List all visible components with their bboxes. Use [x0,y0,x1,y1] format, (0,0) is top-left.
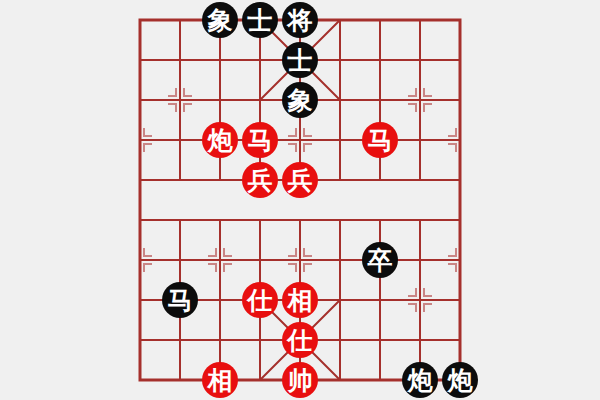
piece-black-elephant[interactable]: 象 [202,2,238,38]
piece-red-advisor[interactable]: 仕 [242,282,278,318]
piece-black-advisor[interactable]: 士 [242,2,278,38]
xiangqi-board[interactable]: 象士将士象炮马马兵兵卒马仕相仕相帅炮炮 [120,0,480,400]
piece-black-soldier[interactable]: 卒 [362,242,398,278]
piece-red-elephant[interactable]: 相 [282,282,318,318]
piece-black-advisor[interactable]: 士 [282,42,318,78]
piece-red-elephant[interactable]: 相 [202,362,238,398]
piece-black-horse[interactable]: 马 [162,282,198,318]
piece-red-soldier[interactable]: 兵 [282,162,318,198]
piece-red-horse[interactable]: 马 [362,122,398,158]
piece-red-advisor[interactable]: 仕 [282,322,318,358]
piece-red-soldier[interactable]: 兵 [242,162,278,198]
piece-red-cannon[interactable]: 炮 [202,122,238,158]
piece-black-cannon[interactable]: 炮 [442,362,478,398]
piece-red-general[interactable]: 帅 [282,362,318,398]
piece-black-cannon[interactable]: 炮 [402,362,438,398]
piece-black-elephant[interactable]: 象 [282,82,318,118]
piece-red-horse[interactable]: 马 [242,122,278,158]
piece-black-general[interactable]: 将 [282,2,318,38]
